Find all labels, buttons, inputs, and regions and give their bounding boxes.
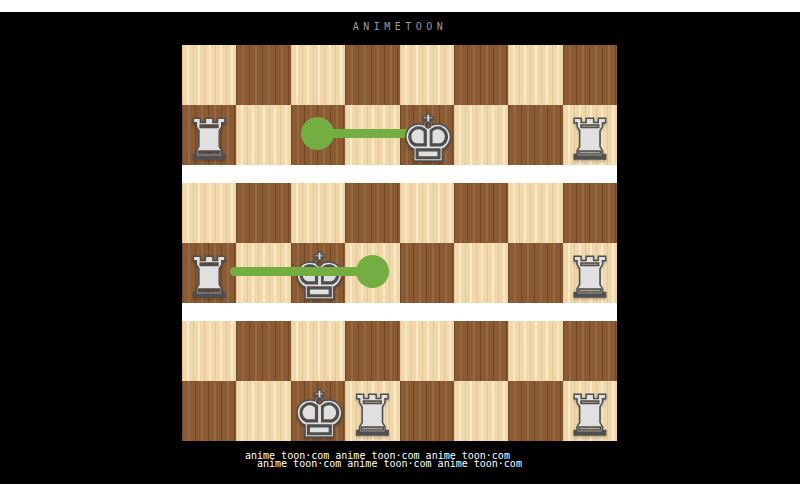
white-king-e1: ♚	[400, 107, 454, 165]
square-g2	[508, 45, 563, 105]
board-strip-2: ♜♚♜	[182, 183, 617, 303]
square-b1	[236, 105, 291, 165]
square-f1	[454, 381, 509, 441]
site-title: ANIMETOON	[0, 21, 800, 32]
square-g2	[508, 321, 563, 381]
square-d2	[345, 183, 400, 243]
square-h2	[563, 183, 617, 243]
square-a2	[182, 45, 237, 105]
chess-board: ♜♚♜ ♜♚♜ ♚♜♜	[182, 45, 617, 441]
watermark: anime toon·com anime toon·com anime toon…	[0, 452, 800, 472]
square-h2	[563, 321, 617, 381]
white-rook-d1: ♜	[345, 388, 399, 441]
square-e2	[400, 45, 455, 105]
square-h2	[563, 45, 617, 105]
square-g2	[508, 183, 563, 243]
square-c2	[291, 321, 346, 381]
square-e2	[400, 321, 455, 381]
square-g1	[508, 105, 563, 165]
square-d2	[345, 321, 400, 381]
square-f1	[454, 105, 509, 165]
square-f2	[454, 321, 509, 381]
square-e1	[400, 243, 455, 303]
square-f2	[454, 183, 509, 243]
destination-dot-d1	[356, 255, 389, 288]
square-g1	[508, 381, 563, 441]
white-rook-h1: ♜	[563, 388, 617, 441]
square-c2	[291, 45, 346, 105]
board-strip-1: ♜♚♜	[182, 45, 617, 165]
square-a1	[182, 381, 237, 441]
watermark-line-2: anime toon·com anime toon·com anime toon…	[257, 460, 522, 468]
square-c2	[291, 183, 346, 243]
square-f1	[454, 243, 509, 303]
square-b2	[236, 183, 291, 243]
white-king-c1: ♚	[291, 383, 345, 441]
square-f2	[454, 45, 509, 105]
square-a2	[182, 183, 237, 243]
square-e2	[400, 183, 455, 243]
square-b2	[236, 45, 291, 105]
white-rook-a1: ♜	[182, 250, 236, 303]
square-b1	[236, 381, 291, 441]
square-b2	[236, 321, 291, 381]
square-a2	[182, 321, 237, 381]
square-e1	[400, 381, 455, 441]
top-white-bar	[0, 0, 800, 12]
white-rook-h1: ♜	[563, 112, 617, 165]
square-d2	[345, 45, 400, 105]
board-strip-3: ♚♜♜	[182, 321, 617, 441]
square-g1	[508, 243, 563, 303]
white-rook-a1: ♜	[182, 112, 236, 165]
castling-move-line	[230, 267, 372, 276]
white-rook-h1: ♜	[563, 250, 617, 303]
